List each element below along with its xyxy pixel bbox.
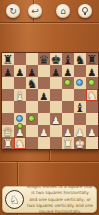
piece-white-rook[interactable]: ♜ (2, 138, 14, 150)
square-f2[interactable]: ♟ (62, 125, 74, 137)
square-c2[interactable] (26, 125, 38, 137)
square-f1[interactable]: ♜ (62, 137, 74, 149)
square-d2[interactable]: ♟ (38, 125, 50, 137)
square-g2[interactable]: ♟ (74, 125, 86, 137)
square-e4[interactable] (50, 101, 62, 113)
knight-icon: ♘ (5, 190, 24, 209)
square-h7[interactable]: ♟ (86, 65, 98, 77)
square-e2[interactable] (50, 125, 62, 137)
square-e6[interactable] (50, 77, 62, 89)
piece-white-pawn[interactable]: ♟ (86, 127, 98, 138)
instruction-panel: ♘ Knight moves to a square that is two s… (2, 186, 97, 213)
square-d5[interactable]: ♟ (38, 89, 50, 101)
piece-black-rook[interactable]: ♜ (2, 54, 14, 66)
highlight-frame (14, 137, 26, 149)
square-c3[interactable] (26, 113, 38, 125)
square-h1[interactable] (86, 137, 98, 149)
square-b6[interactable] (14, 77, 26, 89)
square-b7[interactable]: ♟ (14, 65, 26, 77)
piece-white-pawn[interactable]: ♟ (38, 127, 50, 138)
restart-button[interactable]: ↻ (6, 4, 20, 18)
square-e3[interactable]: ♟ (50, 113, 62, 125)
square-a5[interactable] (2, 89, 14, 101)
square-g4[interactable]: ♝ (74, 101, 86, 113)
square-e8[interactable]: ♚ (50, 53, 62, 65)
square-c7[interactable]: ♟ (26, 65, 38, 77)
piece-black-knight[interactable]: ♞ (74, 54, 86, 66)
square-f7[interactable]: ♟ (62, 65, 74, 77)
piece-black-pawn[interactable]: ♟ (62, 67, 74, 78)
home-icon: ⌂ (60, 7, 66, 16)
square-f6[interactable] (62, 77, 74, 89)
piece-black-rook[interactable]: ♜ (86, 54, 98, 66)
circular-arrows-icon: ↻ (9, 7, 17, 16)
hint-dot-blue (76, 79, 83, 86)
home-button[interactable]: ⌂ (56, 4, 70, 18)
square-d4[interactable] (38, 101, 50, 113)
square-e5[interactable] (50, 89, 62, 101)
square-b5[interactable]: ♝ (14, 89, 26, 101)
square-g8[interactable]: ♞ (74, 53, 86, 65)
square-h6[interactable] (86, 77, 98, 89)
square-d1[interactable] (38, 137, 50, 149)
square-e7[interactable]: ♟ (50, 65, 62, 77)
square-g6[interactable] (74, 77, 86, 89)
square-f3[interactable] (62, 113, 74, 125)
hint-dot-green (88, 79, 95, 86)
square-h2[interactable]: ♟ (86, 125, 98, 137)
piece-white-bishop[interactable]: ♝ (14, 90, 26, 102)
piece-black-knight[interactable]: ♞ (26, 78, 38, 90)
square-h5[interactable]: ♞ (86, 89, 98, 101)
square-a3[interactable] (2, 113, 14, 125)
piece-black-pawn[interactable]: ♟ (86, 67, 98, 78)
piece-black-queen[interactable]: ♛ (38, 54, 50, 66)
square-c8[interactable] (26, 53, 38, 65)
square-f8[interactable]: ♝ (62, 53, 74, 65)
square-a6[interactable] (2, 77, 14, 89)
back-arrow-icon: ↩ (31, 7, 39, 16)
wood-seam (49, 150, 50, 161)
highlight-frame (86, 89, 98, 101)
wood-seam (0, 22, 99, 23)
hint-dot-blue (16, 115, 23, 122)
chess-board: ♜♛♚♝♞♜♟♟♟♟♟♟♞♝♟♞♝♟♛♟♟♟♟♟♜♞♜♚ (1, 52, 99, 150)
square-b8[interactable] (14, 53, 26, 65)
square-a8[interactable]: ♜ (2, 53, 14, 65)
square-f5[interactable] (62, 89, 74, 101)
square-a1[interactable]: ♜ (2, 137, 14, 149)
piece-white-rook[interactable]: ♜ (62, 138, 74, 150)
piece-black-pawn[interactable]: ♟ (38, 91, 50, 102)
instruction-text: Knight moves to a square that is two squ… (26, 184, 94, 214)
piece-black-pawn[interactable]: ♟ (50, 67, 62, 78)
wood-seam (0, 161, 99, 162)
square-a7[interactable]: ♟ (2, 65, 14, 77)
square-h3[interactable] (86, 113, 98, 125)
hint-dot-green (17, 123, 23, 129)
hint-button[interactable] (78, 4, 92, 18)
piece-black-bishop[interactable]: ♝ (74, 102, 86, 114)
square-c4[interactable] (26, 101, 38, 113)
piece-black-king[interactable]: ♚ (50, 54, 62, 66)
square-d3[interactable] (38, 113, 50, 125)
square-g5[interactable] (74, 89, 86, 101)
hint-dot-green (64, 79, 71, 86)
piece-white-king[interactable]: ♚ (74, 138, 86, 150)
undo-button[interactable]: ↩ (28, 4, 42, 18)
square-d6[interactable] (38, 77, 50, 89)
square-c6[interactable]: ♞ (26, 77, 38, 89)
piece-black-pawn[interactable]: ♟ (14, 67, 26, 78)
square-h8[interactable]: ♜ (86, 53, 98, 65)
square-b2[interactable]: ♟ (14, 125, 26, 137)
square-g1[interactable]: ♚ (74, 137, 86, 149)
square-f4[interactable] (62, 101, 74, 113)
square-a2[interactable]: ♛ (2, 125, 14, 137)
square-a4[interactable] (2, 101, 14, 113)
hint-dot-green (28, 115, 35, 122)
piece-black-pawn[interactable]: ♟ (2, 67, 14, 78)
piece-white-pawn[interactable]: ♟ (50, 115, 62, 126)
square-d8[interactable]: ♛ (38, 53, 50, 65)
app-background: ↻ ↩ ⌂ ♜♛♚♝♞♜♟♟♟♟♟♟♞♝♟♞♝♟♛♟♟♟♟♟♜♞♜♚ ♘ Kni… (0, 0, 99, 215)
square-c1[interactable] (26, 137, 38, 149)
square-e1[interactable] (50, 137, 62, 149)
piece-black-bishop[interactable]: ♝ (62, 54, 74, 66)
square-b1[interactable]: ♞ (14, 137, 26, 149)
lightbulb-icon (82, 7, 88, 13)
